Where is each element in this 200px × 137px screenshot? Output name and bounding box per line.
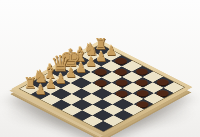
scene: ●●●●●●●●●●●● ♜♞♝♚♛♝♞♜♟♟♟♟♟♟♟♟ bbox=[0, 0, 200, 137]
product-photo: ●●●●●●●●●●●● ♜♞♝♚♛♝♞♜♟♟♟♟♟♟♟♟ bbox=[0, 0, 200, 137]
